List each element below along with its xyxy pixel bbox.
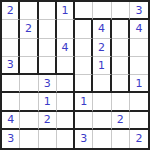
cell-r2c5[interactable] <box>75 20 93 38</box>
cell-r2c4[interactable] <box>57 20 75 38</box>
cell-r5c3[interactable]: 3 <box>39 75 57 93</box>
cell-r4c3[interactable] <box>39 57 57 75</box>
cell-r4c4[interactable] <box>57 57 75 75</box>
cell-r2c1[interactable] <box>2 20 20 38</box>
cell-r6c1[interactable] <box>2 93 20 111</box>
cell-r2c3[interactable] <box>39 20 57 38</box>
cell-r3c6[interactable]: 2 <box>93 39 111 57</box>
cell-r6c8[interactable] <box>130 93 148 111</box>
cell-r4c8[interactable] <box>130 57 148 75</box>
cell-r6c2[interactable] <box>20 93 38 111</box>
cell-r7c5[interactable] <box>75 112 93 130</box>
cell-r7c8[interactable] <box>130 112 148 130</box>
cell-r1c6[interactable] <box>93 2 111 20</box>
cell-r6c6[interactable] <box>93 93 111 111</box>
cell-r4c5[interactable] <box>75 57 93 75</box>
cell-r7c2[interactable] <box>20 112 38 130</box>
cell-r1c3[interactable] <box>39 2 57 20</box>
cell-r5c7[interactable] <box>112 75 130 93</box>
cell-r8c1[interactable]: 3 <box>2 130 20 148</box>
cell-r3c3[interactable] <box>39 39 57 57</box>
cell-r4c6[interactable]: 1 <box>93 57 111 75</box>
cell-r8c6[interactable] <box>93 130 111 148</box>
cell-r8c7[interactable] <box>112 130 130 148</box>
cell-r6c4[interactable] <box>57 93 75 111</box>
cell-r6c3[interactable]: 1 <box>39 93 57 111</box>
puzzle-board: 21324442313111422332 <box>0 0 150 150</box>
cell-r1c8[interactable]: 3 <box>130 2 148 20</box>
cell-r8c4[interactable] <box>57 130 75 148</box>
cell-r8c8[interactable]: 2 <box>130 130 148 148</box>
cell-r1c5[interactable] <box>75 2 93 20</box>
cell-r3c8[interactable] <box>130 39 148 57</box>
cell-r3c5[interactable] <box>75 39 93 57</box>
cell-r5c8[interactable]: 1 <box>130 75 148 93</box>
cell-r5c5[interactable] <box>75 75 93 93</box>
cell-r5c1[interactable] <box>2 75 20 93</box>
cell-r3c1[interactable] <box>2 39 20 57</box>
cell-r1c1[interactable]: 2 <box>2 2 20 20</box>
cell-r8c5[interactable]: 3 <box>75 130 93 148</box>
cell-r5c2[interactable] <box>20 75 38 93</box>
cell-r2c2[interactable]: 2 <box>20 20 38 38</box>
cell-r8c2[interactable] <box>20 130 38 148</box>
cell-r8c3[interactable] <box>39 130 57 148</box>
cell-r3c4[interactable]: 4 <box>57 39 75 57</box>
cell-r1c4[interactable]: 1 <box>57 2 75 20</box>
cell-r4c7[interactable] <box>112 57 130 75</box>
cell-r6c7[interactable] <box>112 93 130 111</box>
cell-r3c7[interactable] <box>112 39 130 57</box>
cell-r2c7[interactable] <box>112 20 130 38</box>
cell-r4c2[interactable] <box>20 57 38 75</box>
cell-r4c1[interactable]: 3 <box>2 57 20 75</box>
cell-r5c6[interactable] <box>93 75 111 93</box>
cell-r2c8[interactable]: 4 <box>130 20 148 38</box>
cell-r1c2[interactable] <box>20 2 38 20</box>
cell-r7c6[interactable] <box>93 112 111 130</box>
cell-r5c4[interactable] <box>57 75 75 93</box>
cell-r1c7[interactable] <box>112 2 130 20</box>
cell-r7c7[interactable]: 2 <box>112 112 130 130</box>
cell-r7c4[interactable] <box>57 112 75 130</box>
cell-r2c6[interactable]: 4 <box>93 20 111 38</box>
cell-r7c3[interactable]: 2 <box>39 112 57 130</box>
cell-r6c5[interactable]: 1 <box>75 93 93 111</box>
cell-r7c1[interactable]: 4 <box>2 112 20 130</box>
cell-r3c2[interactable] <box>20 39 38 57</box>
